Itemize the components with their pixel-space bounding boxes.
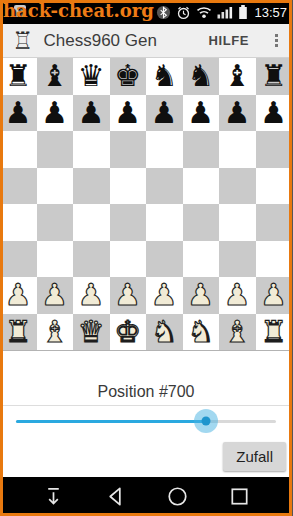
square-f6	[183, 131, 220, 168]
slider-thumb-dot	[201, 417, 210, 426]
square-b3	[37, 241, 74, 278]
square-b2: ♟	[37, 277, 74, 314]
white-pawn: ♟	[146, 277, 183, 313]
black-knight: ♞	[146, 58, 183, 94]
white-knight: ♞	[146, 314, 183, 350]
black-rook: ♜	[0, 58, 37, 94]
white-pawn: ♟	[256, 277, 293, 313]
black-bishop: ♝	[219, 58, 256, 94]
black-pawn: ♟	[256, 95, 293, 131]
square-c6	[73, 131, 110, 168]
square-c8: ♛	[73, 58, 110, 95]
square-a3	[0, 241, 37, 278]
square-d2: ♟	[110, 277, 147, 314]
white-rook: ♜	[0, 314, 37, 350]
square-g2: ♟	[219, 277, 256, 314]
phone-screen: hack-cheat.org 13:57 ♖ Chess9	[0, 0, 292, 516]
white-queen: ♛	[73, 314, 110, 350]
home-button[interactable]	[166, 485, 189, 508]
square-d7: ♟	[110, 95, 147, 132]
position-label: Position #700	[0, 383, 292, 401]
square-b8: ♝	[37, 58, 74, 95]
random-button[interactable]: Zufall	[223, 442, 286, 471]
square-h7: ♟	[256, 95, 293, 132]
white-bishop: ♝	[37, 314, 74, 350]
square-e5	[146, 168, 183, 205]
black-bishop: ♝	[37, 58, 74, 94]
square-h1: ♜	[256, 314, 293, 351]
square-d8: ♚	[110, 58, 147, 95]
square-a8: ♜	[0, 58, 37, 95]
white-bishop: ♝	[219, 314, 256, 350]
square-h3	[256, 241, 293, 278]
square-h5	[256, 168, 293, 205]
square-g7: ♟	[219, 95, 256, 132]
square-f8: ♞	[183, 58, 220, 95]
white-rook: ♜	[256, 314, 293, 350]
square-g5	[219, 168, 256, 205]
square-c3	[73, 241, 110, 278]
square-d5	[110, 168, 147, 205]
square-d6	[110, 131, 147, 168]
square-f5	[183, 168, 220, 205]
overflow-menu-icon[interactable]	[269, 30, 284, 51]
black-knight: ♞	[183, 58, 220, 94]
chess-board: ♜♝♛♚♞♞♝♜♟♟♟♟♟♟♟♟♟♟♟♟♟♟♟♟♜♝♛♚♞♞♝♜	[0, 58, 292, 351]
square-g4	[219, 204, 256, 241]
square-g3	[219, 241, 256, 278]
navigation-bar	[0, 477, 292, 516]
square-h6	[256, 131, 293, 168]
white-pawn: ♟	[110, 277, 147, 313]
clock-text: 13:57	[254, 5, 287, 20]
square-e2: ♟	[146, 277, 183, 314]
square-c2: ♟	[73, 277, 110, 314]
black-rook: ♜	[256, 58, 293, 94]
black-king: ♚	[110, 58, 147, 94]
square-e7: ♟	[146, 95, 183, 132]
square-b4	[37, 204, 74, 241]
square-f7: ♟	[183, 95, 220, 132]
signal-icon	[217, 5, 233, 19]
square-g8: ♝	[219, 58, 256, 95]
square-c5	[73, 168, 110, 205]
square-e4	[146, 204, 183, 241]
recents-button[interactable]	[228, 485, 251, 508]
square-c1: ♛	[73, 314, 110, 351]
square-f3	[183, 241, 220, 278]
square-a4	[0, 204, 37, 241]
square-b7: ♟	[37, 95, 74, 132]
app-rook-icon: ♖	[12, 29, 34, 53]
position-slider[interactable]	[16, 406, 276, 436]
square-a1: ♜	[0, 314, 37, 351]
white-pawn: ♟	[37, 277, 74, 313]
square-a6	[0, 131, 37, 168]
black-pawn: ♟	[146, 95, 183, 131]
square-h8: ♜	[256, 58, 293, 95]
square-b6	[37, 131, 74, 168]
square-b5	[37, 168, 74, 205]
help-action-button[interactable]: HILFE	[208, 33, 249, 48]
alarm-icon	[176, 5, 191, 20]
white-king: ♚	[110, 314, 147, 350]
white-pawn: ♟	[183, 277, 220, 313]
square-a2: ♟	[0, 277, 37, 314]
square-h2: ♟	[256, 277, 293, 314]
square-h4	[256, 204, 293, 241]
app-title: Chess960 Gen	[44, 31, 209, 51]
white-pawn: ♟	[73, 277, 110, 313]
collapse-arrow-button[interactable]	[42, 485, 65, 508]
square-g6	[219, 131, 256, 168]
battery-icon	[238, 4, 248, 20]
white-pawn: ♟	[0, 277, 37, 313]
app-bar: ♖ Chess960 Gen HILFE	[0, 24, 292, 58]
watermark-text: hack-cheat.org	[3, 0, 154, 21]
wifi-icon	[196, 6, 212, 19]
square-b1: ♝	[37, 314, 74, 351]
square-c7: ♟	[73, 95, 110, 132]
square-a7: ♟	[0, 95, 37, 132]
status-bar: hack-cheat.org 13:57	[0, 0, 292, 24]
black-pawn: ♟	[0, 95, 37, 131]
square-c4	[73, 204, 110, 241]
square-e6	[146, 131, 183, 168]
square-e1: ♞	[146, 314, 183, 351]
back-button[interactable]	[104, 485, 127, 508]
black-pawn: ♟	[219, 95, 256, 131]
square-d3	[110, 241, 147, 278]
bluetooth-icon	[156, 5, 171, 20]
white-pawn: ♟	[219, 277, 256, 313]
square-a5	[0, 168, 37, 205]
square-f1: ♞	[183, 314, 220, 351]
square-e3	[146, 241, 183, 278]
black-pawn: ♟	[73, 95, 110, 131]
square-e8: ♞	[146, 58, 183, 95]
black-queen: ♛	[73, 58, 110, 94]
slider-track-active[interactable]	[16, 420, 206, 423]
black-pawn: ♟	[183, 95, 220, 131]
square-d4	[110, 204, 147, 241]
square-d1: ♚	[110, 314, 147, 351]
white-knight: ♞	[183, 314, 220, 350]
slider-thumb[interactable]	[194, 409, 218, 433]
square-f2: ♟	[183, 277, 220, 314]
square-g1: ♝	[219, 314, 256, 351]
black-pawn: ♟	[110, 95, 147, 131]
black-pawn: ♟	[37, 95, 74, 131]
square-f4	[183, 204, 220, 241]
